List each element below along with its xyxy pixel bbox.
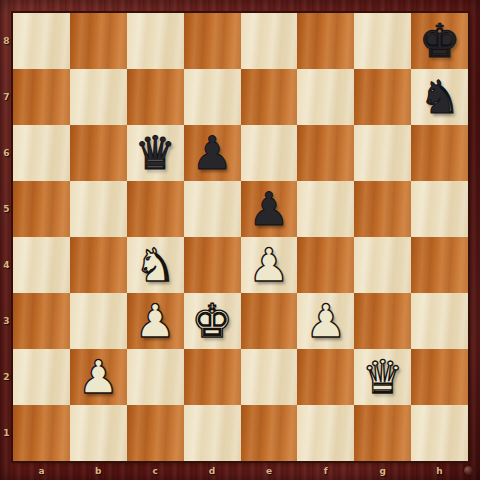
square-h7[interactable]: ♞	[411, 69, 468, 125]
square-f6[interactable]	[297, 125, 354, 181]
square-d1[interactable]	[184, 405, 241, 461]
square-d4[interactable]	[184, 237, 241, 293]
square-e6[interactable]	[241, 125, 298, 181]
rank-label-6: 6	[0, 125, 13, 181]
rank-labels: 87654321	[0, 13, 13, 461]
square-f4[interactable]	[297, 237, 354, 293]
piece-white-pawn[interactable]: ♟	[305, 298, 346, 344]
square-b2[interactable]: ♟	[70, 349, 127, 405]
file-label-c: c	[127, 461, 184, 480]
rank-label-8: 8	[0, 13, 13, 69]
file-label-d: d	[184, 461, 241, 480]
file-labels: abcdefgh	[13, 461, 468, 480]
square-h3[interactable]	[411, 293, 468, 349]
square-c1[interactable]	[127, 405, 184, 461]
square-f2[interactable]	[297, 349, 354, 405]
square-e7[interactable]	[241, 69, 298, 125]
square-a3[interactable]	[13, 293, 70, 349]
corner-logo-dot	[464, 466, 473, 475]
piece-black-knight[interactable]: ♞	[419, 74, 460, 120]
square-g7[interactable]	[354, 69, 411, 125]
square-e3[interactable]	[241, 293, 298, 349]
file-label-h: h	[411, 461, 468, 480]
square-h4[interactable]	[411, 237, 468, 293]
square-h8[interactable]: ♚	[411, 13, 468, 69]
square-d6[interactable]: ♟	[184, 125, 241, 181]
piece-white-queen[interactable]: ♛	[362, 354, 403, 400]
square-g8[interactable]	[354, 13, 411, 69]
file-label-f: f	[297, 461, 354, 480]
chess-board: ♚♞♛♟♟♞♟♟♚♟♟♛	[13, 13, 468, 461]
square-a1[interactable]	[13, 405, 70, 461]
square-b4[interactable]	[70, 237, 127, 293]
chessboard-frame: ♚♞♛♟♟♞♟♟♚♟♟♛ 87654321 abcdefgh	[0, 0, 480, 480]
square-d8[interactable]	[184, 13, 241, 69]
square-e5[interactable]: ♟	[241, 181, 298, 237]
square-d3[interactable]: ♚	[184, 293, 241, 349]
square-f8[interactable]	[297, 13, 354, 69]
piece-white-knight[interactable]: ♞	[135, 242, 176, 288]
square-e2[interactable]	[241, 349, 298, 405]
rank-label-1: 1	[0, 405, 13, 461]
square-a2[interactable]	[13, 349, 70, 405]
piece-black-pawn[interactable]: ♟	[248, 186, 289, 232]
square-g4[interactable]	[354, 237, 411, 293]
square-e4[interactable]: ♟	[241, 237, 298, 293]
rank-label-3: 3	[0, 293, 13, 349]
square-e1[interactable]	[241, 405, 298, 461]
square-e8[interactable]	[241, 13, 298, 69]
rank-label-7: 7	[0, 69, 13, 125]
square-g6[interactable]	[354, 125, 411, 181]
square-f3[interactable]: ♟	[297, 293, 354, 349]
square-h6[interactable]	[411, 125, 468, 181]
piece-black-queen[interactable]: ♛	[135, 130, 176, 176]
square-c6[interactable]: ♛	[127, 125, 184, 181]
square-c4[interactable]: ♞	[127, 237, 184, 293]
rank-label-2: 2	[0, 349, 13, 405]
square-b8[interactable]	[70, 13, 127, 69]
piece-white-pawn[interactable]: ♟	[248, 242, 289, 288]
square-b5[interactable]	[70, 181, 127, 237]
rank-label-4: 4	[0, 237, 13, 293]
square-f7[interactable]	[297, 69, 354, 125]
square-f1[interactable]	[297, 405, 354, 461]
square-c5[interactable]	[127, 181, 184, 237]
square-g3[interactable]	[354, 293, 411, 349]
file-label-e: e	[241, 461, 298, 480]
square-h2[interactable]	[411, 349, 468, 405]
square-b6[interactable]	[70, 125, 127, 181]
rank-label-5: 5	[0, 181, 13, 237]
square-c7[interactable]	[127, 69, 184, 125]
square-f5[interactable]	[297, 181, 354, 237]
square-a4[interactable]	[13, 237, 70, 293]
square-b7[interactable]	[70, 69, 127, 125]
piece-white-pawn[interactable]: ♟	[135, 298, 176, 344]
square-c3[interactable]: ♟	[127, 293, 184, 349]
square-a5[interactable]	[13, 181, 70, 237]
square-d5[interactable]	[184, 181, 241, 237]
square-d2[interactable]	[184, 349, 241, 405]
square-c2[interactable]	[127, 349, 184, 405]
square-g1[interactable]	[354, 405, 411, 461]
file-label-a: a	[13, 461, 70, 480]
piece-black-king[interactable]: ♚	[419, 18, 460, 64]
piece-white-king[interactable]: ♚	[191, 298, 232, 344]
file-label-g: g	[354, 461, 411, 480]
square-b3[interactable]	[70, 293, 127, 349]
square-g5[interactable]	[354, 181, 411, 237]
square-a7[interactable]	[13, 69, 70, 125]
square-a8[interactable]	[13, 13, 70, 69]
file-label-b: b	[70, 461, 127, 480]
square-a6[interactable]	[13, 125, 70, 181]
square-h1[interactable]	[411, 405, 468, 461]
square-b1[interactable]	[70, 405, 127, 461]
square-c8[interactable]	[127, 13, 184, 69]
piece-black-pawn[interactable]: ♟	[191, 130, 232, 176]
piece-white-pawn[interactable]: ♟	[78, 354, 119, 400]
square-d7[interactable]	[184, 69, 241, 125]
square-g2[interactable]: ♛	[354, 349, 411, 405]
square-h5[interactable]	[411, 181, 468, 237]
